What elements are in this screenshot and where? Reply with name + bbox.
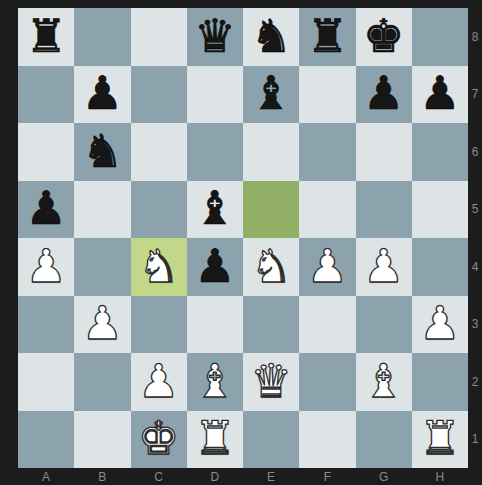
square-h4[interactable] [412,238,468,296]
square-e3[interactable] [243,296,299,354]
square-h5[interactable] [412,181,468,239]
square-f2[interactable] [299,353,355,411]
square-e4[interactable]: ♞︎ [243,238,299,296]
square-e2[interactable]: ♛︎ [243,353,299,411]
rank-label-4: 4 [468,238,482,296]
square-e8[interactable]: ♞︎ [243,8,299,66]
square-d3[interactable] [187,296,243,354]
file-label-f: F [299,468,355,485]
file-label-c: C [131,468,187,485]
square-d5[interactable]: ♝︎ [187,181,243,239]
piece-black-pawn[interactable]: ♟︎ [419,70,460,116]
piece-white-knight[interactable]: ♞︎ [251,243,292,289]
piece-black-king[interactable]: ♚︎ [363,13,404,59]
square-e7[interactable]: ♝︎ [243,66,299,124]
square-b3[interactable]: ♟︎ [74,296,130,354]
square-f7[interactable] [299,66,355,124]
piece-black-knight[interactable]: ♞︎ [82,128,123,174]
piece-black-pawn[interactable]: ♟︎ [363,70,404,116]
rank-label-6: 6 [468,123,482,181]
rank-label-2: 2 [468,353,482,411]
square-c5[interactable] [131,181,187,239]
file-label-g: G [356,468,412,485]
piece-white-pawn[interactable]: ♟︎ [138,358,179,404]
square-c2[interactable]: ♟︎ [131,353,187,411]
square-g3[interactable] [356,296,412,354]
piece-black-queen[interactable]: ♛︎ [194,13,235,59]
rank-coordinates: 87654321 [468,8,482,468]
square-c3[interactable] [131,296,187,354]
piece-black-pawn[interactable]: ♟︎ [26,185,67,231]
file-label-h: H [412,468,468,485]
rank-label-5: 5 [468,181,482,239]
piece-white-pawn[interactable]: ♟︎ [82,300,123,346]
square-c1[interactable]: ♚︎ [131,411,187,469]
piece-white-queen[interactable]: ♛︎ [251,358,292,404]
square-h6[interactable] [412,123,468,181]
square-b8[interactable] [74,8,130,66]
piece-black-pawn[interactable]: ♟︎ [194,243,235,289]
square-c8[interactable] [131,8,187,66]
piece-white-knight[interactable]: ♞︎ [138,243,179,289]
square-a2[interactable] [18,353,74,411]
square-b5[interactable] [74,181,130,239]
piece-white-king[interactable]: ♚︎ [138,415,179,461]
square-a5[interactable]: ♟︎ [18,181,74,239]
rank-label-7: 7 [468,66,482,124]
square-e6[interactable] [243,123,299,181]
square-d7[interactable] [187,66,243,124]
square-a8[interactable]: ♜︎ [18,8,74,66]
piece-black-pawn[interactable]: ♟︎ [82,70,123,116]
chess-app-background: ♜︎♛︎♞︎♜︎♚︎♟︎♝︎♟︎♟︎♞︎♟︎♝︎♟︎♞︎♟︎♞︎♟︎♟︎♟︎♟︎… [0,0,482,485]
square-f3[interactable] [299,296,355,354]
square-g2[interactable]: ♝︎ [356,353,412,411]
square-b2[interactable] [74,353,130,411]
rank-label-8: 8 [468,8,482,66]
square-h7[interactable]: ♟︎ [412,66,468,124]
square-f6[interactable] [299,123,355,181]
piece-black-bishop[interactable]: ♝︎ [251,70,292,116]
square-e1[interactable] [243,411,299,469]
square-d8[interactable]: ♛︎ [187,8,243,66]
piece-white-rook[interactable]: ♜︎ [194,415,235,461]
file-label-d: D [187,468,243,485]
piece-white-bishop[interactable]: ♝︎ [194,358,235,404]
square-b4[interactable] [74,238,130,296]
piece-white-pawn[interactable]: ♟︎ [419,300,460,346]
piece-white-bishop[interactable]: ♝︎ [363,358,404,404]
square-c7[interactable] [131,66,187,124]
piece-white-pawn[interactable]: ♟︎ [363,243,404,289]
file-label-e: E [243,468,299,485]
file-label-b: B [74,468,130,485]
square-g6[interactable] [356,123,412,181]
square-g5[interactable] [356,181,412,239]
square-g4[interactable]: ♟︎ [356,238,412,296]
square-a4[interactable]: ♟︎ [18,238,74,296]
square-f4[interactable]: ♟︎ [299,238,355,296]
rank-label-1: 1 [468,411,482,469]
file-label-a: A [18,468,74,485]
square-f8[interactable]: ♜︎ [299,8,355,66]
square-d4[interactable]: ♟︎ [187,238,243,296]
square-d6[interactable] [187,123,243,181]
square-h3[interactable]: ♟︎ [412,296,468,354]
square-b7[interactable]: ♟︎ [74,66,130,124]
square-c4[interactable]: ♞︎ [131,238,187,296]
square-b1[interactable] [74,411,130,469]
piece-black-rook[interactable]: ♜︎ [307,13,348,59]
square-c6[interactable] [131,123,187,181]
square-g8[interactable]: ♚︎ [356,8,412,66]
square-f5[interactable] [299,181,355,239]
piece-black-rook[interactable]: ♜︎ [26,13,67,59]
square-h2[interactable] [412,353,468,411]
chess-board: ♜︎♛︎♞︎♜︎♚︎♟︎♝︎♟︎♟︎♞︎♟︎♝︎♟︎♞︎♟︎♞︎♟︎♟︎♟︎♟︎… [18,8,468,468]
square-h8[interactable] [412,8,468,66]
square-g1[interactable] [356,411,412,469]
file-coordinates: ABCDEFGH [18,468,468,485]
square-a7[interactable] [18,66,74,124]
square-a6[interactable] [18,123,74,181]
rank-label-3: 3 [468,296,482,354]
square-d1[interactable]: ♜︎ [187,411,243,469]
piece-black-bishop[interactable]: ♝︎ [194,185,235,231]
square-d2[interactable]: ♝︎ [187,353,243,411]
square-a1[interactable] [18,411,74,469]
square-a3[interactable] [18,296,74,354]
piece-white-pawn[interactable]: ♟︎ [26,243,67,289]
square-f1[interactable] [299,411,355,469]
square-h1[interactable]: ♜︎ [412,411,468,469]
piece-white-pawn[interactable]: ♟︎ [307,243,348,289]
square-b6[interactable]: ♞︎ [74,123,130,181]
piece-white-rook[interactable]: ♜︎ [419,415,460,461]
square-g7[interactable]: ♟︎ [356,66,412,124]
piece-black-knight[interactable]: ♞︎ [251,13,292,59]
square-e5[interactable] [243,181,299,239]
